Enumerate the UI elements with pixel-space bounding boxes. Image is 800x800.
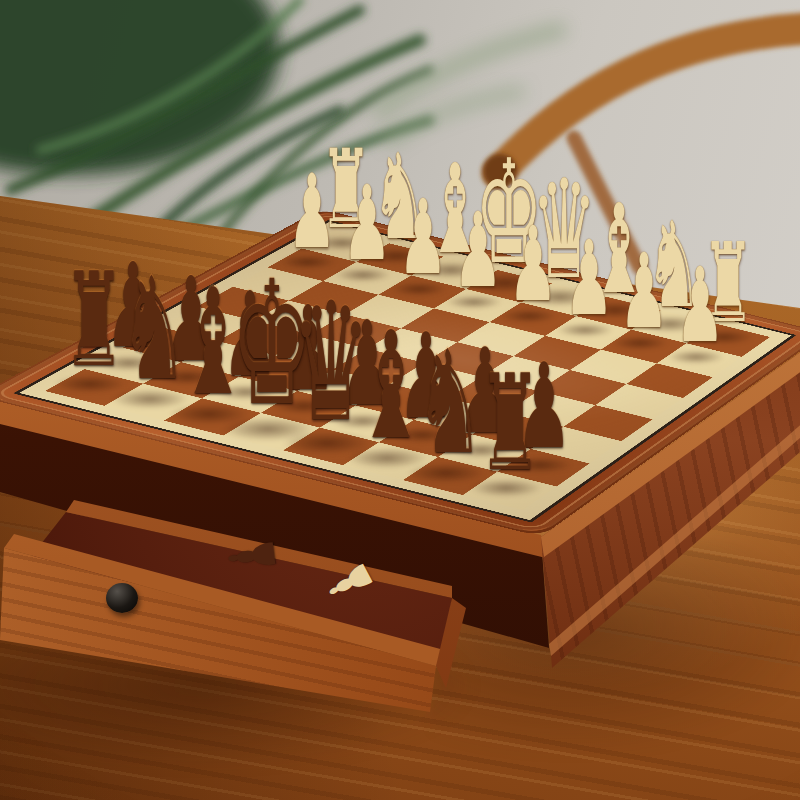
scene: ♟♟ ♜♞♝♛♚♝♞♜♟♟♟♟♟♟♟♟♟♟♟♟♟♟♟♟♜♞♝♛♚♝♞♜	[0, 0, 800, 800]
drawer-knob	[106, 583, 138, 613]
